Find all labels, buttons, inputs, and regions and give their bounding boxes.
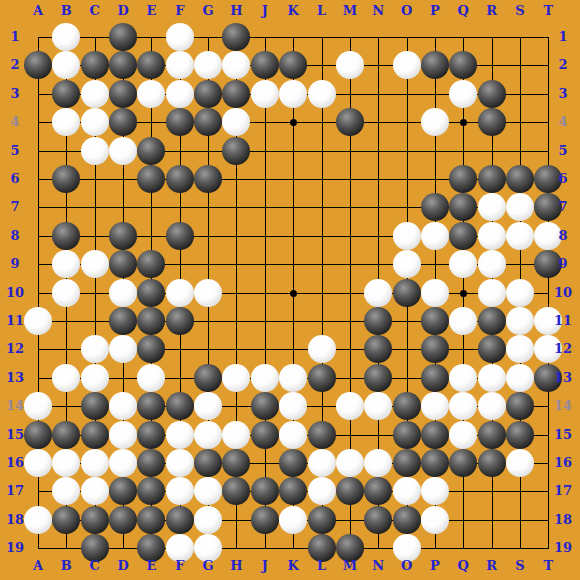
stone-white-M2[interactable]	[336, 51, 364, 79]
stone-white-H2[interactable]	[222, 51, 250, 79]
row-label-left: 18	[3, 513, 27, 527]
stone-white-C3[interactable]	[81, 80, 109, 108]
column-label-top: P	[425, 4, 445, 18]
column-label-top: G	[198, 4, 218, 18]
stone-white-L16[interactable]	[308, 449, 336, 477]
stone-black-C18[interactable]	[81, 506, 109, 534]
stone-white-D15[interactable]	[109, 421, 137, 449]
stone-black-P16[interactable]	[421, 449, 449, 477]
stone-white-D16[interactable]	[109, 449, 137, 477]
stone-white-R9[interactable]	[478, 250, 506, 278]
stone-white-B13[interactable]	[52, 364, 80, 392]
stone-black-B15[interactable]	[52, 421, 80, 449]
stone-white-P8[interactable]	[421, 222, 449, 250]
stone-black-H3[interactable]	[222, 80, 250, 108]
stone-black-O15[interactable]	[393, 421, 421, 449]
stone-white-P18[interactable]	[421, 506, 449, 534]
stone-white-E13[interactable]	[137, 364, 165, 392]
stone-white-C5[interactable]	[81, 137, 109, 165]
stone-black-J15[interactable]	[251, 421, 279, 449]
stone-white-S8[interactable]	[506, 222, 534, 250]
stone-white-F16[interactable]	[166, 449, 194, 477]
stone-black-J14[interactable]	[251, 392, 279, 420]
stone-black-E9[interactable]	[137, 250, 165, 278]
stone-white-C12[interactable]	[81, 335, 109, 363]
stone-white-G14[interactable]	[194, 392, 222, 420]
row-label-left: 10	[3, 286, 27, 300]
stone-white-S16[interactable]	[506, 449, 534, 477]
stone-white-Q15[interactable]	[449, 421, 477, 449]
column-label-top: H	[226, 4, 246, 18]
stone-black-D11[interactable]	[109, 307, 137, 335]
stone-white-B2[interactable]	[52, 51, 80, 79]
stone-white-D14[interactable]	[109, 392, 137, 420]
stone-black-D3[interactable]	[109, 80, 137, 108]
column-label-bottom: O	[397, 559, 417, 573]
stone-black-D2[interactable]	[109, 51, 137, 79]
column-label-top: C	[85, 4, 105, 18]
column-label-bottom: G	[198, 559, 218, 573]
stone-black-H5[interactable]	[222, 137, 250, 165]
column-label-top: D	[113, 4, 133, 18]
stone-black-Q7[interactable]	[449, 193, 477, 221]
row-label-left: 4	[3, 115, 27, 129]
stone-black-D9[interactable]	[109, 250, 137, 278]
stone-black-S15[interactable]	[506, 421, 534, 449]
stone-black-G4[interactable]	[194, 108, 222, 136]
stone-white-S11[interactable]	[506, 307, 534, 335]
stone-white-G2[interactable]	[194, 51, 222, 79]
stone-white-Q11[interactable]	[449, 307, 477, 335]
stone-black-N12[interactable]	[364, 335, 392, 363]
stone-black-F18[interactable]	[166, 506, 194, 534]
row-label-left: 3	[3, 87, 27, 101]
stone-white-M16[interactable]	[336, 449, 364, 477]
stone-black-F8[interactable]	[166, 222, 194, 250]
stone-white-K3[interactable]	[279, 80, 307, 108]
stone-white-R7[interactable]	[478, 193, 506, 221]
stone-white-K18[interactable]	[279, 506, 307, 534]
stone-black-E12[interactable]	[137, 335, 165, 363]
stone-white-C13[interactable]	[81, 364, 109, 392]
stone-white-S10[interactable]	[506, 279, 534, 307]
stone-white-Q9[interactable]	[449, 250, 477, 278]
row-label-left: 1	[3, 30, 27, 44]
column-label-top: N	[368, 4, 388, 18]
stone-white-O8[interactable]	[393, 222, 421, 250]
column-label-bottom: Q	[453, 559, 473, 573]
column-label-top: R	[482, 4, 502, 18]
row-label-right: 16	[551, 456, 575, 470]
column-label-top: L	[312, 4, 332, 18]
row-label-right: 15	[551, 428, 575, 442]
row-label-right: 18	[551, 513, 575, 527]
column-label-top: O	[397, 4, 417, 18]
stone-black-B8[interactable]	[52, 222, 80, 250]
stone-white-G18[interactable]	[194, 506, 222, 534]
row-label-left: 5	[3, 144, 27, 158]
stone-black-P13[interactable]	[421, 364, 449, 392]
stone-black-D18[interactable]	[109, 506, 137, 534]
stone-black-A15[interactable]	[24, 421, 52, 449]
stone-white-H15[interactable]	[222, 421, 250, 449]
column-label-bottom: S	[510, 559, 530, 573]
stone-black-B3[interactable]	[52, 80, 80, 108]
column-label-bottom: L	[312, 559, 332, 573]
row-label-right: 17	[551, 484, 575, 498]
stone-black-E11[interactable]	[137, 307, 165, 335]
stone-black-B18[interactable]	[52, 506, 80, 534]
stone-black-G13[interactable]	[194, 364, 222, 392]
row-label-left: 9	[3, 257, 27, 271]
hoshi-point	[460, 290, 467, 297]
row-label-left: 19	[3, 541, 27, 555]
stone-white-A14[interactable]	[24, 392, 52, 420]
row-label-right: 11	[551, 314, 575, 328]
stone-white-R8[interactable]	[478, 222, 506, 250]
stone-black-K16[interactable]	[279, 449, 307, 477]
stone-black-D17[interactable]	[109, 477, 137, 505]
go-board: AABBCCDDEEFFGGHHJJKKLLMMNNOOPPQQRRSSTT11…	[0, 0, 580, 580]
row-label-right: 1	[551, 30, 575, 44]
stone-black-P11[interactable]	[421, 307, 449, 335]
stone-black-P15[interactable]	[421, 421, 449, 449]
row-label-left: 17	[3, 484, 27, 498]
stone-white-B4[interactable]	[52, 108, 80, 136]
stone-white-M14[interactable]	[336, 392, 364, 420]
stone-black-R12[interactable]	[478, 335, 506, 363]
stone-black-C2[interactable]	[81, 51, 109, 79]
stone-black-F14[interactable]	[166, 392, 194, 420]
stone-black-A2[interactable]	[24, 51, 52, 79]
column-label-bottom: K	[283, 559, 303, 573]
stone-black-S6[interactable]	[506, 165, 534, 193]
row-label-right: 5	[551, 144, 575, 158]
stone-white-J13[interactable]	[251, 364, 279, 392]
stone-black-F11[interactable]	[166, 307, 194, 335]
stone-white-B10[interactable]	[52, 279, 80, 307]
stone-black-R4[interactable]	[478, 108, 506, 136]
row-label-right: 6	[551, 172, 575, 186]
stone-white-F3[interactable]	[166, 80, 194, 108]
stone-white-C17[interactable]	[81, 477, 109, 505]
stone-white-C9[interactable]	[81, 250, 109, 278]
stone-white-R14[interactable]	[478, 392, 506, 420]
column-label-top: K	[283, 4, 303, 18]
stone-white-P17[interactable]	[421, 477, 449, 505]
row-label-right: 2	[551, 58, 575, 72]
stone-black-B6[interactable]	[52, 165, 80, 193]
stone-white-D10[interactable]	[109, 279, 137, 307]
stone-black-O14[interactable]	[393, 392, 421, 420]
row-label-left: 13	[3, 371, 27, 385]
column-label-bottom: C	[85, 559, 105, 573]
stone-white-A11[interactable]	[24, 307, 52, 335]
row-label-left: 2	[3, 58, 27, 72]
stone-white-K13[interactable]	[279, 364, 307, 392]
stone-white-H13[interactable]	[222, 364, 250, 392]
stone-black-K17[interactable]	[279, 477, 307, 505]
stone-black-R16[interactable]	[478, 449, 506, 477]
row-label-right: 7	[551, 200, 575, 214]
column-label-top: E	[141, 4, 161, 18]
stone-white-S7[interactable]	[506, 193, 534, 221]
stone-black-G16[interactable]	[194, 449, 222, 477]
row-label-left: 6	[3, 172, 27, 186]
stone-white-S13[interactable]	[506, 364, 534, 392]
column-label-bottom: R	[482, 559, 502, 573]
column-label-top: F	[170, 4, 190, 18]
stone-white-G17[interactable]	[194, 477, 222, 505]
stone-white-Q13[interactable]	[449, 364, 477, 392]
stone-black-E2[interactable]	[137, 51, 165, 79]
stone-white-Q3[interactable]	[449, 80, 477, 108]
stone-white-K14[interactable]	[279, 392, 307, 420]
stone-black-E16[interactable]	[137, 449, 165, 477]
stone-black-L15[interactable]	[308, 421, 336, 449]
stone-black-N11[interactable]	[364, 307, 392, 335]
column-label-top: J	[255, 4, 275, 18]
stone-black-E6[interactable]	[137, 165, 165, 193]
stone-white-R13[interactable]	[478, 364, 506, 392]
stone-black-G3[interactable]	[194, 80, 222, 108]
stone-black-R11[interactable]	[478, 307, 506, 335]
stone-white-F15[interactable]	[166, 421, 194, 449]
stone-white-P10[interactable]	[421, 279, 449, 307]
stone-black-N13[interactable]	[364, 364, 392, 392]
stone-black-E17[interactable]	[137, 477, 165, 505]
row-label-left: 7	[3, 200, 27, 214]
row-label-left: 11	[3, 314, 27, 328]
stone-white-G15[interactable]	[194, 421, 222, 449]
row-label-right: 12	[551, 342, 575, 356]
stone-black-F6[interactable]	[166, 165, 194, 193]
stone-black-Q8[interactable]	[449, 222, 477, 250]
row-label-right: 14	[551, 399, 575, 413]
row-label-left: 8	[3, 229, 27, 243]
stone-white-K15[interactable]	[279, 421, 307, 449]
stone-white-N14[interactable]	[364, 392, 392, 420]
stone-white-D5[interactable]	[109, 137, 137, 165]
column-label-bottom: N	[368, 559, 388, 573]
column-label-bottom: A	[28, 559, 48, 573]
row-label-right: 4	[551, 115, 575, 129]
hoshi-point	[290, 119, 297, 126]
stone-white-H4[interactable]	[222, 108, 250, 136]
column-label-top: Q	[453, 4, 473, 18]
stone-black-J17[interactable]	[251, 477, 279, 505]
row-label-left: 16	[3, 456, 27, 470]
stone-white-C16[interactable]	[81, 449, 109, 477]
stone-white-F17[interactable]	[166, 477, 194, 505]
stone-black-Q16[interactable]	[449, 449, 477, 477]
stone-black-R6[interactable]	[478, 165, 506, 193]
stone-white-A16[interactable]	[24, 449, 52, 477]
stone-white-L17[interactable]	[308, 477, 336, 505]
column-label-bottom: H	[226, 559, 246, 573]
stone-black-R15[interactable]	[478, 421, 506, 449]
stone-black-Q6[interactable]	[449, 165, 477, 193]
column-label-top: B	[56, 4, 76, 18]
stone-black-J18[interactable]	[251, 506, 279, 534]
stone-black-S14[interactable]	[506, 392, 534, 420]
stone-black-P12[interactable]	[421, 335, 449, 363]
stone-black-H1[interactable]	[222, 23, 250, 51]
stone-white-B1[interactable]	[52, 23, 80, 51]
stone-black-G6[interactable]	[194, 165, 222, 193]
stone-black-D8[interactable]	[109, 222, 137, 250]
stone-black-J2[interactable]	[251, 51, 279, 79]
row-label-left: 15	[3, 428, 27, 442]
row-label-right: 19	[551, 541, 575, 555]
stone-black-P7[interactable]	[421, 193, 449, 221]
column-label-bottom: B	[56, 559, 76, 573]
stone-black-M4[interactable]	[336, 108, 364, 136]
stone-black-H16[interactable]	[222, 449, 250, 477]
stone-white-F1[interactable]	[166, 23, 194, 51]
stone-black-D4[interactable]	[109, 108, 137, 136]
stone-black-O18[interactable]	[393, 506, 421, 534]
stone-white-G10[interactable]	[194, 279, 222, 307]
column-label-top: A	[28, 4, 48, 18]
column-label-top: T	[538, 4, 558, 18]
stone-white-Q14[interactable]	[449, 392, 477, 420]
row-label-right: 10	[551, 286, 575, 300]
column-label-bottom: F	[170, 559, 190, 573]
grid-line-vertical	[548, 37, 549, 549]
stone-white-B9[interactable]	[52, 250, 80, 278]
column-label-bottom: J	[255, 559, 275, 573]
stone-black-C15[interactable]	[81, 421, 109, 449]
stone-white-J3[interactable]	[251, 80, 279, 108]
stone-black-E18[interactable]	[137, 506, 165, 534]
stone-white-S12[interactable]	[506, 335, 534, 363]
stone-white-F10[interactable]	[166, 279, 194, 307]
stone-white-O9[interactable]	[393, 250, 421, 278]
row-label-right: 13	[551, 371, 575, 385]
stone-black-E15[interactable]	[137, 421, 165, 449]
stone-black-P2[interactable]	[421, 51, 449, 79]
row-label-right: 3	[551, 87, 575, 101]
column-label-bottom: M	[340, 559, 360, 573]
grid-line-vertical	[265, 37, 266, 549]
stone-white-B16[interactable]	[52, 449, 80, 477]
stone-black-E5[interactable]	[137, 137, 165, 165]
column-label-bottom: T	[538, 559, 558, 573]
stone-black-H17[interactable]	[222, 477, 250, 505]
stone-black-E14[interactable]	[137, 392, 165, 420]
stone-white-C4[interactable]	[81, 108, 109, 136]
stone-black-O16[interactable]	[393, 449, 421, 477]
row-label-right: 8	[551, 229, 575, 243]
stone-white-L3[interactable]	[308, 80, 336, 108]
row-label-left: 14	[3, 399, 27, 413]
stone-black-N18[interactable]	[364, 506, 392, 534]
stone-black-O10[interactable]	[393, 279, 421, 307]
column-label-bottom: E	[141, 559, 161, 573]
stone-black-K2[interactable]	[279, 51, 307, 79]
stone-white-B17[interactable]	[52, 477, 80, 505]
stone-black-R3[interactable]	[478, 80, 506, 108]
column-label-bottom: D	[113, 559, 133, 573]
row-label-left: 12	[3, 342, 27, 356]
stone-white-A18[interactable]	[24, 506, 52, 534]
stone-white-O2[interactable]	[393, 51, 421, 79]
hoshi-point	[460, 119, 467, 126]
stone-white-F2[interactable]	[166, 51, 194, 79]
stone-white-D12[interactable]	[109, 335, 137, 363]
stone-black-M17[interactable]	[336, 477, 364, 505]
stone-black-D1[interactable]	[109, 23, 137, 51]
stone-black-L13[interactable]	[308, 364, 336, 392]
stone-black-N17[interactable]	[364, 477, 392, 505]
stone-white-R10[interactable]	[478, 279, 506, 307]
stone-white-O17[interactable]	[393, 477, 421, 505]
stone-black-L18[interactable]	[308, 506, 336, 534]
hoshi-point	[290, 290, 297, 297]
row-label-right: 9	[551, 257, 575, 271]
stone-white-N16[interactable]	[364, 449, 392, 477]
column-label-top: M	[340, 4, 360, 18]
stone-white-P4[interactable]	[421, 108, 449, 136]
stone-white-N10[interactable]	[364, 279, 392, 307]
stone-white-L12[interactable]	[308, 335, 336, 363]
column-label-bottom: P	[425, 559, 445, 573]
stone-black-E10[interactable]	[137, 279, 165, 307]
stone-black-Q2[interactable]	[449, 51, 477, 79]
stone-black-C14[interactable]	[81, 392, 109, 420]
stone-white-P14[interactable]	[421, 392, 449, 420]
column-label-top: S	[510, 4, 530, 18]
stone-white-E3[interactable]	[137, 80, 165, 108]
stone-black-F4[interactable]	[166, 108, 194, 136]
